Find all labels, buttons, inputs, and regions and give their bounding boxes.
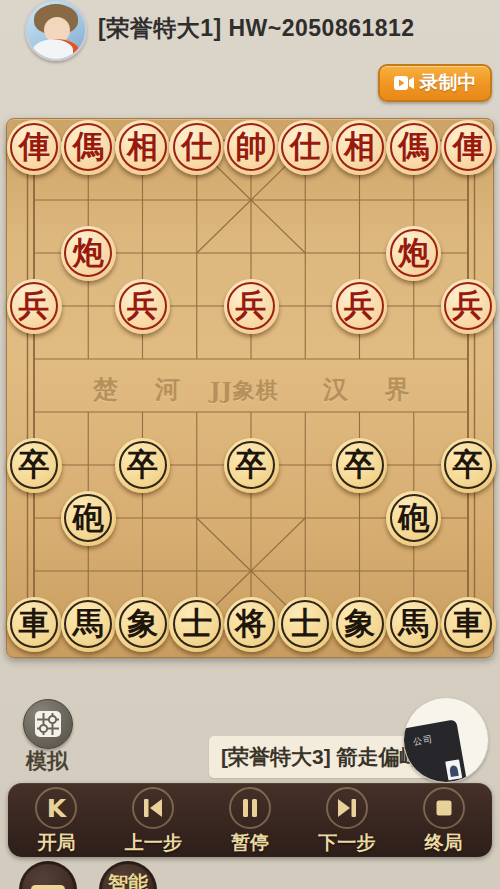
piece-俥-red[interactable]: 俥 <box>441 120 496 175</box>
pause-icon <box>229 787 271 829</box>
piece-砲-black[interactable]: 砲 <box>386 491 441 546</box>
piece-卒-black[interactable]: 卒 <box>441 438 496 493</box>
piece-帥-red[interactable]: 帥 <box>224 120 279 175</box>
piece-車-black[interactable]: 車 <box>441 597 496 652</box>
piece-兵-red[interactable]: 兵 <box>7 279 62 334</box>
recording-label: 录制中 <box>420 70 477 96</box>
piece-象-black[interactable]: 象 <box>332 597 387 652</box>
river-logo: JJ象棋 <box>210 376 279 406</box>
piece-士-black[interactable]: 士 <box>169 597 224 652</box>
previous-move-button[interactable]: 上一步 <box>107 787 199 856</box>
piece-馬-black[interactable]: 馬 <box>61 597 116 652</box>
piece-俥-red[interactable]: 俥 <box>7 120 62 175</box>
player-name: [荣誉特大1] HW~2050861812 <box>98 13 415 44</box>
opponent-card-text: 公司 <box>412 733 434 749</box>
piece-兵-red[interactable]: 兵 <box>332 279 387 334</box>
piece-士-black[interactable]: 士 <box>278 597 333 652</box>
piece-兵-red[interactable]: 兵 <box>441 279 496 334</box>
river-text-left: 楚 河 <box>93 373 194 406</box>
ai-button[interactable]: 智能 <box>99 861 157 889</box>
piece-将-black[interactable]: 将 <box>224 597 279 652</box>
top-player-bar: [荣誉特大1] HW~2050861812 <box>0 0 500 62</box>
piece-仕-red[interactable]: 仕 <box>169 120 224 175</box>
piece-卒-black[interactable]: 卒 <box>332 438 387 493</box>
piece-炮-red[interactable]: 炮 <box>61 226 116 281</box>
piece-馬-black[interactable]: 馬 <box>386 597 441 652</box>
piece-兵-red[interactable]: 兵 <box>115 279 170 334</box>
piece-炮-red[interactable]: 炮 <box>386 226 441 281</box>
avatar-shirt <box>33 39 79 61</box>
start-button[interactable]: K 开局 <box>10 787 102 856</box>
opponent-avatar[interactable]: 公司 <box>403 697 489 783</box>
simulate-button[interactable] <box>23 699 73 749</box>
piece-卒-black[interactable]: 卒 <box>7 438 62 493</box>
piece-仕-red[interactable]: 仕 <box>278 120 333 175</box>
piece-卒-black[interactable]: 卒 <box>115 438 170 493</box>
skip-to-start-icon: K <box>35 787 77 829</box>
step-back-icon <box>132 787 174 829</box>
pause-button[interactable]: 暂停 <box>204 787 296 856</box>
piece-象-black[interactable]: 象 <box>115 597 170 652</box>
mini-board-icon <box>34 710 62 738</box>
move-caption: [荣誉特大3] 箭走偏峰 <box>209 736 433 778</box>
ai-label: 智能 <box>108 870 148 889</box>
video-camera-icon <box>394 75 415 91</box>
piece-車-black[interactable]: 車 <box>7 597 62 652</box>
end-button[interactable]: 终局 <box>398 787 490 856</box>
piece-相-red[interactable]: 相 <box>332 120 387 175</box>
menu-bar-icon <box>31 885 65 889</box>
replay-control-bar: K 开局 上一步 暂停 下一步 终局 <box>8 783 492 857</box>
piece-卒-black[interactable]: 卒 <box>224 438 279 493</box>
stop-icon <box>423 787 465 829</box>
piece-傌-red[interactable]: 傌 <box>61 120 116 175</box>
recording-button[interactable]: 录制中 <box>378 64 492 102</box>
next-move-button[interactable]: 下一步 <box>301 787 393 856</box>
piece-傌-red[interactable]: 傌 <box>386 120 441 175</box>
opponent-card-photo <box>445 759 462 780</box>
simulate-label: 模拟 <box>10 747 84 775</box>
step-forward-icon <box>326 787 368 829</box>
river-text-right: 汉 界 <box>323 373 424 406</box>
piece-兵-red[interactable]: 兵 <box>224 279 279 334</box>
app-screen: [荣誉特大1] HW~2050861812 录制中 楚 <box>0 0 500 889</box>
menu-button[interactable] <box>19 861 77 889</box>
player-avatar[interactable] <box>25 0 87 61</box>
piece-砲-black[interactable]: 砲 <box>61 491 116 546</box>
xiangqi-board[interactable]: 楚 河 JJ象棋 汉 界 俥傌相仕帥仕相傌俥炮炮兵兵兵兵兵卒卒卒卒卒砲砲車馬象士… <box>6 118 494 658</box>
piece-相-red[interactable]: 相 <box>115 120 170 175</box>
